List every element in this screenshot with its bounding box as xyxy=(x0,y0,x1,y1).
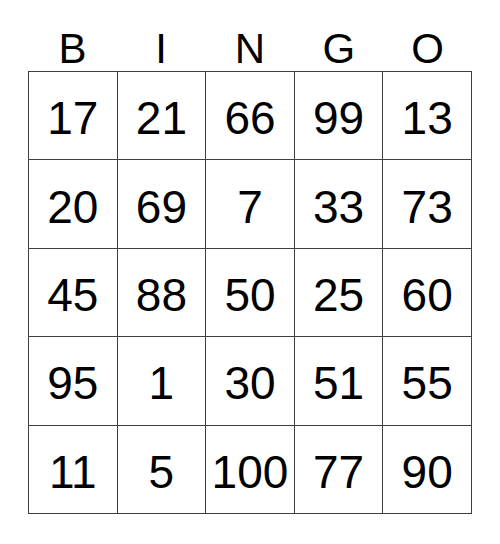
bingo-cell-r5c5[interactable]: 90 xyxy=(383,426,472,514)
bingo-cell-r1c3[interactable]: 66 xyxy=(206,72,295,160)
column-letter-N: N xyxy=(235,28,265,70)
bingo-cell-r3c4[interactable]: 25 xyxy=(295,249,384,337)
bingo-cell-r1c5[interactable]: 13 xyxy=(383,72,472,160)
bingo-cell-r5c4[interactable]: 77 xyxy=(295,426,384,514)
bingo-cell-r3c1[interactable]: 45 xyxy=(29,249,118,337)
bingo-cell-r4c4[interactable]: 51 xyxy=(295,337,384,425)
bingo-cell-r4c5[interactable]: 55 xyxy=(383,337,472,425)
bingo-cell-r5c1[interactable]: 11 xyxy=(29,426,118,514)
bingo-cell-r2c3[interactable]: 7 xyxy=(206,160,295,248)
column-letter-O: O xyxy=(411,28,444,70)
bingo-cell-r1c1[interactable]: 17 xyxy=(29,72,118,160)
bingo-cell-r2c2[interactable]: 69 xyxy=(118,160,207,248)
bingo-cell-r4c3[interactable]: 30 xyxy=(206,337,295,425)
bingo-cell-r3c2[interactable]: 88 xyxy=(118,249,207,337)
bingo-cell-r4c2[interactable]: 1 xyxy=(118,337,207,425)
bingo-cell-r5c2[interactable]: 5 xyxy=(118,426,207,514)
bingo-cell-r5c3[interactable]: 100 xyxy=(206,426,295,514)
bingo-cell-r2c1[interactable]: 20 xyxy=(29,160,118,248)
bingo-cell-r3c5[interactable]: 60 xyxy=(383,249,472,337)
bingo-cell-r1c4[interactable]: 99 xyxy=(295,72,384,160)
column-letter-B: B xyxy=(58,28,86,70)
bingo-grid: 1721669913206973373458850256095130515511… xyxy=(28,71,472,514)
column-letter-G: G xyxy=(322,28,355,70)
bingo-cell-r1c2[interactable]: 21 xyxy=(118,72,207,160)
bingo-header-row: BINGO xyxy=(28,0,472,70)
bingo-card: BINGO 1721669913206973373458850256095130… xyxy=(0,0,500,544)
bingo-cell-r3c3[interactable]: 50 xyxy=(206,249,295,337)
bingo-cell-r2c5[interactable]: 73 xyxy=(383,160,472,248)
bingo-cell-r2c4[interactable]: 33 xyxy=(295,160,384,248)
bingo-cell-r4c1[interactable]: 95 xyxy=(29,337,118,425)
column-letter-I: I xyxy=(155,28,167,70)
